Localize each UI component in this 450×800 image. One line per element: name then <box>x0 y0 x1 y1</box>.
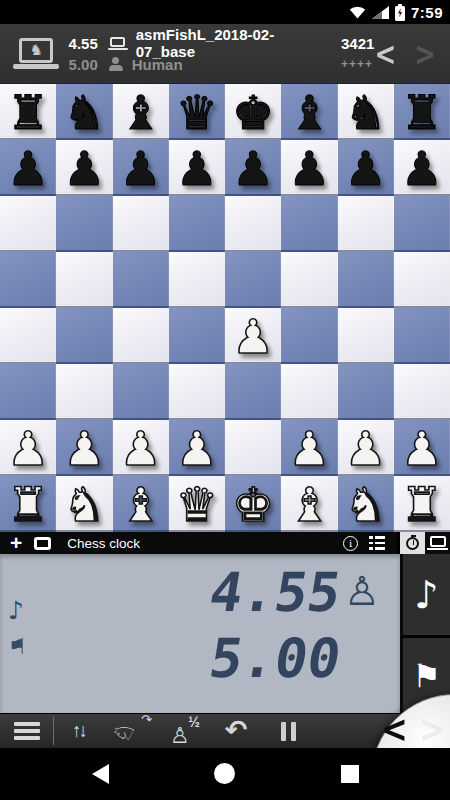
square-e6[interactable] <box>225 196 281 252</box>
white-pawn: ♟ <box>176 425 218 472</box>
engine-time-display: 4.55 <box>206 566 345 620</box>
undo-icon: ↶ <box>225 716 248 743</box>
square-g4[interactable] <box>338 308 394 364</box>
white-pawn: ♟ <box>63 425 105 472</box>
engine-laptop-icon[interactable]: ♞ <box>12 38 61 69</box>
white-pawn: ♟ <box>120 425 162 472</box>
black-knight: ♞ <box>63 89 105 136</box>
black-queen: ♛ <box>176 89 218 136</box>
square-d2[interactable]: ♟ <box>169 420 225 476</box>
main-area: ♪ ⚑ 4.55 ♙ 5.00 ♪ ⚑ <box>0 554 450 713</box>
square-a4[interactable] <box>0 308 56 364</box>
engine-eval: ++++ <box>341 57 373 71</box>
square-g2[interactable]: ♟ <box>338 420 394 476</box>
square-h4[interactable] <box>394 308 450 364</box>
white-knight: ♞ <box>63 481 105 528</box>
engine-icon <box>108 37 128 50</box>
black-king: ♚ <box>232 89 274 136</box>
clock-panel-bar: + Chess clock i <box>0 532 450 554</box>
undo-button[interactable]: ↶ <box>210 720 262 743</box>
engine-clock: 4.55 <box>69 35 98 52</box>
square-c1[interactable]: ♝ <box>113 476 169 532</box>
flip-board-icon: ↑↓ <box>72 720 88 742</box>
side-panel: ♪ ⚑ <box>403 554 450 713</box>
square-h8[interactable]: ♜ <box>394 84 450 140</box>
square-h2[interactable]: ♟ <box>394 420 450 476</box>
square-e1[interactable]: ♚ <box>225 476 281 532</box>
human-time-display: 5.00 <box>206 632 345 686</box>
white-bishop: ♝ <box>120 481 162 528</box>
list-icon[interactable] <box>369 536 385 549</box>
flip-board-button[interactable]: ↑↓ <box>54 720 106 742</box>
square-c5[interactable] <box>113 252 169 308</box>
square-b7[interactable]: ♟ <box>56 140 112 196</box>
square-f6[interactable] <box>281 196 337 252</box>
flag-indicator-icon: ⚑ <box>8 637 27 658</box>
pause-button[interactable] <box>262 722 314 741</box>
battery-charging-icon <box>395 4 405 21</box>
square-b6[interactable] <box>56 196 112 252</box>
square-b4[interactable] <box>56 308 112 364</box>
sound-indicator-icon: ♪ <box>8 598 27 623</box>
square-c6[interactable] <box>113 196 169 252</box>
square-h3[interactable] <box>394 364 450 420</box>
square-f4[interactable] <box>281 308 337 364</box>
resign-icon: ♘↷ <box>114 717 150 745</box>
square-a7[interactable]: ♟ <box>0 140 56 196</box>
window-icon[interactable] <box>34 537 51 550</box>
wifi-icon <box>349 6 366 19</box>
square-h5[interactable] <box>394 252 450 308</box>
menu-icon <box>14 722 40 740</box>
laptop-icon <box>427 536 448 550</box>
white-bishop: ♝ <box>288 481 330 528</box>
black-knight: ♞ <box>345 89 387 136</box>
square-f1[interactable]: ♝ <box>281 476 337 532</box>
white-pawn: ♟ <box>7 425 49 472</box>
human-name: Human <box>132 56 183 73</box>
black-bishop: ♝ <box>288 89 330 136</box>
square-b2[interactable]: ♟ <box>56 420 112 476</box>
header-times: 4.55 5.00 <box>69 34 98 73</box>
square-a2[interactable]: ♟ <box>0 420 56 476</box>
recents-button[interactable] <box>341 765 359 783</box>
chess-app: 7:59 ♞ 4.55 5.00 asmFishL_2018-02-07_bas… <box>0 0 450 800</box>
white-rook: ♜ <box>401 481 443 528</box>
game-header: ♞ 4.55 5.00 asmFishL_2018-02-07_base Hum… <box>0 24 450 84</box>
square-d5[interactable] <box>169 252 225 308</box>
square-b5[interactable] <box>56 252 112 308</box>
square-a5[interactable] <box>0 252 56 308</box>
square-g8[interactable]: ♞ <box>338 84 394 140</box>
wheel-back-button[interactable]: < <box>381 711 408 748</box>
chess-board[interactable]: ♜♞♝♛♚♝♞♜♟♟♟♟♟♟♟♟♟♟♟♟♟♟♟♟♜♞♝♛♚♝♞♜ <box>0 84 450 532</box>
square-h7[interactable]: ♟ <box>394 140 450 196</box>
panel-title: Chess clock <box>67 536 140 551</box>
square-d8[interactable]: ♛ <box>169 84 225 140</box>
header-players: asmFishL_2018-02-07_base Human <box>108 34 327 73</box>
stopwatch-icon <box>406 537 419 550</box>
offer-draw-button[interactable]: ♙½ <box>158 717 210 745</box>
white-rook: ♜ <box>7 481 49 528</box>
square-g5[interactable] <box>338 252 394 308</box>
black-rook: ♜ <box>7 89 49 136</box>
white-pawn: ♟ <box>288 425 330 472</box>
square-e8[interactable]: ♚ <box>225 84 281 140</box>
white-knight: ♞ <box>345 481 387 528</box>
square-e3[interactable] <box>225 364 281 420</box>
square-a3[interactable] <box>0 364 56 420</box>
black-pawn: ♟ <box>120 145 162 192</box>
square-f5[interactable] <box>281 252 337 308</box>
human-clock: 5.00 <box>69 56 98 73</box>
square-h1[interactable]: ♜ <box>394 476 450 532</box>
black-pawn: ♟ <box>232 145 274 192</box>
header-stats: 3421 ++++ <box>341 34 374 73</box>
square-c2[interactable]: ♟ <box>113 420 169 476</box>
tab-chess-clock[interactable] <box>400 532 425 554</box>
note-icon: ♪ <box>414 573 438 617</box>
signal-icon <box>372 6 389 19</box>
black-pawn: ♟ <box>288 145 330 192</box>
engine-nodes: 3421 <box>341 35 374 52</box>
previous-move-button[interactable]: < <box>374 38 396 69</box>
square-g3[interactable] <box>338 364 394 420</box>
square-c3[interactable] <box>113 364 169 420</box>
info-icon[interactable]: i <box>343 536 358 551</box>
square-a6[interactable] <box>0 196 56 252</box>
square-d6[interactable] <box>169 196 225 252</box>
square-e2[interactable] <box>225 420 281 476</box>
white-pawn: ♟ <box>401 425 443 472</box>
square-e5[interactable] <box>225 252 281 308</box>
white-queen: ♛ <box>176 481 218 528</box>
square-g6[interactable] <box>338 196 394 252</box>
pause-icon <box>281 722 296 741</box>
add-panel-icon[interactable]: + <box>10 532 22 553</box>
square-b8[interactable]: ♞ <box>56 84 112 140</box>
home-button[interactable] <box>214 763 235 784</box>
square-c8[interactable]: ♝ <box>113 84 169 140</box>
square-b1[interactable]: ♞ <box>56 476 112 532</box>
square-f8[interactable]: ♝ <box>281 84 337 140</box>
square-f3[interactable] <box>281 364 337 420</box>
sound-button[interactable]: ♪ <box>403 554 450 635</box>
next-move-button[interactable]: > <box>414 38 436 69</box>
square-e7[interactable]: ♟ <box>225 140 281 196</box>
offer-draw-icon: ♙½ <box>169 717 199 745</box>
tab-engine-output[interactable] <box>425 532 450 554</box>
square-e4[interactable]: ♟ <box>225 308 281 364</box>
square-h6[interactable] <box>394 196 450 252</box>
black-rook: ♜ <box>401 89 443 136</box>
human-icon <box>108 57 124 71</box>
square-b3[interactable] <box>56 364 112 420</box>
black-pawn: ♟ <box>63 145 105 192</box>
square-f2[interactable]: ♟ <box>281 420 337 476</box>
black-pawn: ♟ <box>176 145 218 192</box>
white-pawn: ♟ <box>345 425 387 472</box>
turn-pawn-icon: ♙ <box>344 571 380 611</box>
status-bar: 7:59 <box>0 0 450 24</box>
square-d1[interactable]: ♛ <box>169 476 225 532</box>
square-a1[interactable]: ♜ <box>0 476 56 532</box>
square-d3[interactable] <box>169 364 225 420</box>
square-g7[interactable]: ♟ <box>338 140 394 196</box>
back-button[interactable] <box>92 764 109 784</box>
white-king: ♚ <box>232 481 274 528</box>
white-pawn: ♟ <box>232 313 274 360</box>
knight-icon: ♞ <box>30 43 43 58</box>
chess-clock-display[interactable]: ♪ ⚑ 4.55 ♙ 5.00 <box>0 554 400 713</box>
square-c4[interactable] <box>113 308 169 364</box>
clock-time: 7:59 <box>411 4 443 21</box>
square-d7[interactable]: ♟ <box>169 140 225 196</box>
square-g1[interactable]: ♞ <box>338 476 394 532</box>
flag-icon: ⚑ <box>412 657 441 695</box>
square-f7[interactable]: ♟ <box>281 140 337 196</box>
resign-button[interactable]: ♘↷ <box>106 717 158 745</box>
black-pawn: ♟ <box>345 145 387 192</box>
black-pawn: ♟ <box>401 145 443 192</box>
android-nav-bar <box>0 748 450 800</box>
square-d4[interactable] <box>169 308 225 364</box>
square-a8[interactable]: ♜ <box>0 84 56 140</box>
black-bishop: ♝ <box>120 89 162 136</box>
menu-button[interactable] <box>0 717 54 745</box>
wheel-forward-button[interactable]: > <box>419 711 446 748</box>
square-c7[interactable]: ♟ <box>113 140 169 196</box>
black-pawn: ♟ <box>7 145 49 192</box>
